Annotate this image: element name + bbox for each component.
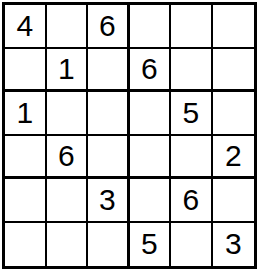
- cell-r6c2[interactable]: [47, 223, 89, 267]
- cell-r3c6[interactable]: [213, 92, 255, 136]
- cell-r3c3[interactable]: [88, 92, 130, 136]
- cell-r5c3[interactable]: 3: [88, 179, 130, 223]
- cell-r3c4[interactable]: [130, 92, 172, 136]
- cell-r5c2[interactable]: [47, 179, 89, 223]
- cell-r3c5[interactable]: 5: [171, 92, 213, 136]
- cell-r3c1[interactable]: 1: [5, 92, 47, 136]
- cell-r6c1[interactable]: [5, 223, 47, 267]
- cell-r2c5[interactable]: [171, 49, 213, 93]
- cell-r4c1[interactable]: [5, 136, 47, 180]
- cell-r5c6[interactable]: [213, 179, 255, 223]
- cell-r5c1[interactable]: [5, 179, 47, 223]
- cell-r2c2[interactable]: 1: [47, 49, 89, 93]
- cell-r4c4[interactable]: [130, 136, 172, 180]
- cell-r6c3[interactable]: [88, 223, 130, 267]
- cell-r4c6[interactable]: 2: [213, 136, 255, 180]
- cell-r4c5[interactable]: [171, 136, 213, 180]
- cell-r1c6[interactable]: [213, 5, 255, 49]
- cell-r1c4[interactable]: [130, 5, 172, 49]
- cell-r2c3[interactable]: [88, 49, 130, 93]
- cell-r5c5[interactable]: 6: [171, 179, 213, 223]
- cell-r2c1[interactable]: [5, 49, 47, 93]
- cell-r5c4[interactable]: [130, 179, 172, 223]
- sudoku-board: 461615623653: [2, 2, 257, 269]
- cell-r1c2[interactable]: [47, 5, 89, 49]
- cell-r3c2[interactable]: [47, 92, 89, 136]
- cell-r1c5[interactable]: [171, 5, 213, 49]
- cell-r1c1[interactable]: 4: [5, 5, 47, 49]
- cell-r2c6[interactable]: [213, 49, 255, 93]
- cell-r4c2[interactable]: 6: [47, 136, 89, 180]
- cell-r6c5[interactable]: [171, 223, 213, 267]
- cell-r2c4[interactable]: 6: [130, 49, 172, 93]
- cell-r6c6[interactable]: 3: [213, 223, 255, 267]
- cell-r1c3[interactable]: 6: [88, 5, 130, 49]
- cell-r4c3[interactable]: [88, 136, 130, 180]
- cell-r6c4[interactable]: 5: [130, 223, 172, 267]
